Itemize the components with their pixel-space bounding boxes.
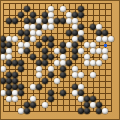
black-stone (24, 108, 30, 114)
white-stone (102, 108, 108, 114)
go-board[interactable] (0, 0, 120, 120)
white-stone (36, 72, 42, 78)
hoshi-point (56, 56, 58, 58)
black-stone (66, 60, 72, 66)
white-stone (78, 72, 84, 78)
black-stone (24, 6, 30, 12)
black-stone (42, 60, 48, 66)
white-stone (102, 54, 108, 60)
black-stone (72, 54, 78, 60)
white-stone (108, 36, 114, 42)
white-stone (30, 36, 36, 42)
white-stone (36, 30, 42, 36)
black-stone (30, 54, 36, 60)
black-stone (36, 84, 42, 90)
black-stone (48, 42, 54, 48)
hoshi-point (92, 20, 94, 22)
white-stone (90, 72, 96, 78)
black-stone (48, 54, 54, 60)
white-stone (60, 6, 66, 12)
black-stone (78, 12, 84, 18)
black-stone (18, 90, 24, 96)
grid-line-vertical (99, 3, 100, 112)
black-stone (42, 78, 48, 84)
hoshi-point (92, 56, 94, 58)
hoshi-point (56, 92, 58, 94)
black-stone (60, 90, 66, 96)
white-stone (0, 66, 6, 72)
hoshi-point (20, 20, 22, 22)
white-stone (42, 102, 48, 108)
hoshi-point (20, 56, 22, 58)
black-stone (78, 36, 84, 42)
black-stone (48, 72, 54, 78)
black-stone (24, 48, 30, 54)
black-stone (30, 102, 36, 108)
black-stone (84, 108, 90, 114)
black-stone (18, 12, 24, 18)
black-stone (48, 96, 54, 102)
white-stone (12, 96, 18, 102)
white-stone (12, 36, 18, 42)
black-stone (12, 18, 18, 24)
hoshi-point (92, 92, 94, 94)
black-stone (18, 66, 24, 72)
white-stone (96, 60, 102, 66)
grid-line-vertical (111, 3, 112, 112)
black-stone (36, 42, 42, 48)
blue-square-marker (104, 44, 107, 47)
black-stone (60, 72, 66, 78)
white-stone (78, 48, 84, 54)
white-stone (48, 24, 54, 30)
white-stone (54, 78, 60, 84)
